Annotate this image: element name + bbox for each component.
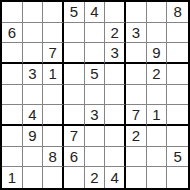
given-r6c8[interactable]: 1 <box>147 105 168 126</box>
cell-r3c5[interactable] <box>85 43 106 64</box>
cell-r1c2[interactable] <box>23 2 44 23</box>
cell-r3c7[interactable] <box>126 43 147 64</box>
given-r4c2[interactable]: 3 <box>23 64 44 85</box>
cell-r5c2[interactable] <box>23 85 44 106</box>
cell-r8c7[interactable] <box>126 147 147 168</box>
cell-r9c4[interactable] <box>64 167 85 188</box>
given-r1c9[interactable]: 8 <box>167 2 188 23</box>
cell-r9c2[interactable] <box>23 167 44 188</box>
cell-r7c9[interactable] <box>167 126 188 147</box>
given-r7c4[interactable]: 7 <box>64 126 85 147</box>
given-r6c5[interactable]: 3 <box>85 105 106 126</box>
given-r2c6[interactable]: 2 <box>105 23 126 44</box>
cell-r1c1[interactable] <box>2 2 23 23</box>
cell-r2c3[interactable] <box>43 23 64 44</box>
cell-r8c6[interactable] <box>105 147 126 168</box>
cell-r8c1[interactable] <box>2 147 23 168</box>
given-r8c3[interactable]: 8 <box>43 147 64 168</box>
cell-r6c1[interactable] <box>2 105 23 126</box>
cell-r3c1[interactable] <box>2 43 23 64</box>
given-r9c6[interactable]: 4 <box>105 167 126 188</box>
cell-r5c3[interactable] <box>43 85 64 106</box>
given-r2c7[interactable]: 3 <box>126 23 147 44</box>
cell-r6c4[interactable] <box>64 105 85 126</box>
given-r3c8[interactable]: 9 <box>147 43 168 64</box>
cell-r3c2[interactable] <box>23 43 44 64</box>
cell-r5c1[interactable] <box>2 85 23 106</box>
cell-r5c5[interactable] <box>85 85 106 106</box>
cell-r2c8[interactable] <box>147 23 168 44</box>
cell-r7c6[interactable] <box>105 126 126 147</box>
cell-r1c6[interactable] <box>105 2 126 23</box>
cell-r2c4[interactable] <box>64 23 85 44</box>
given-r6c2[interactable]: 4 <box>23 105 44 126</box>
cell-r7c8[interactable] <box>147 126 168 147</box>
cell-r1c8[interactable] <box>147 2 168 23</box>
cell-r1c3[interactable] <box>43 2 64 23</box>
given-r3c3[interactable]: 7 <box>43 43 64 64</box>
cell-r4c1[interactable] <box>2 64 23 85</box>
cell-r6c9[interactable] <box>167 105 188 126</box>
cell-r4c9[interactable] <box>167 64 188 85</box>
given-r7c7[interactable]: 2 <box>126 126 147 147</box>
cell-r2c5[interactable] <box>85 23 106 44</box>
cell-r9c3[interactable] <box>43 167 64 188</box>
cell-r3c9[interactable] <box>167 43 188 64</box>
cell-r4c4[interactable] <box>64 64 85 85</box>
cell-r2c2[interactable] <box>23 23 44 44</box>
cell-r3c4[interactable] <box>64 43 85 64</box>
given-r8c9[interactable]: 5 <box>167 147 188 168</box>
cell-r5c4[interactable] <box>64 85 85 106</box>
cell-r8c5[interactable] <box>85 147 106 168</box>
cell-r9c7[interactable] <box>126 167 147 188</box>
given-r4c5[interactable]: 5 <box>85 64 106 85</box>
cell-r6c6[interactable] <box>105 105 126 126</box>
cell-r5c9[interactable] <box>167 85 188 106</box>
cell-r7c5[interactable] <box>85 126 106 147</box>
cell-r4c7[interactable] <box>126 64 147 85</box>
cell-r5c8[interactable] <box>147 85 168 106</box>
given-r6c7[interactable]: 7 <box>126 105 147 126</box>
cell-r7c1[interactable] <box>2 126 23 147</box>
given-r1c4[interactable]: 5 <box>64 2 85 23</box>
cell-r4c6[interactable] <box>105 64 126 85</box>
given-r2c1[interactable]: 6 <box>2 23 23 44</box>
given-r3c6[interactable]: 3 <box>105 43 126 64</box>
cell-r5c7[interactable] <box>126 85 147 106</box>
cell-r8c8[interactable] <box>147 147 168 168</box>
given-r4c3[interactable]: 1 <box>43 64 64 85</box>
cell-r5c6[interactable] <box>105 85 126 106</box>
cell-r8c2[interactable] <box>23 147 44 168</box>
cell-r9c8[interactable] <box>147 167 168 188</box>
given-r7c2[interactable]: 9 <box>23 126 44 147</box>
sudoku-board: 54862373931524371972865124 <box>0 0 190 190</box>
given-r9c5[interactable]: 2 <box>85 167 106 188</box>
given-r1c5[interactable]: 4 <box>85 2 106 23</box>
given-r4c8[interactable]: 2 <box>147 64 168 85</box>
cell-r7c3[interactable] <box>43 126 64 147</box>
cell-r1c7[interactable] <box>126 2 147 23</box>
given-r9c1[interactable]: 1 <box>2 167 23 188</box>
cell-r9c9[interactable] <box>167 167 188 188</box>
cell-r2c9[interactable] <box>167 23 188 44</box>
given-r8c4[interactable]: 6 <box>64 147 85 168</box>
cell-r6c3[interactable] <box>43 105 64 126</box>
